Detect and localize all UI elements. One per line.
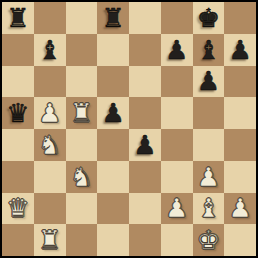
square-b4[interactable]: ♞	[34, 129, 66, 161]
square-e2[interactable]	[129, 193, 161, 225]
piece-white-pawn: ♟	[197, 164, 220, 190]
square-e8[interactable]	[129, 2, 161, 34]
square-f8[interactable]	[161, 2, 193, 34]
square-e3[interactable]	[129, 161, 161, 193]
square-g6[interactable]: ♟	[193, 66, 225, 98]
square-b2[interactable]	[34, 193, 66, 225]
square-g1[interactable]: ♚	[193, 224, 225, 256]
square-f7[interactable]: ♟	[161, 34, 193, 66]
square-f3[interactable]	[161, 161, 193, 193]
square-b3[interactable]	[34, 161, 66, 193]
square-d6[interactable]	[97, 66, 129, 98]
piece-white-rook: ♜	[38, 227, 61, 253]
square-h3[interactable]	[224, 161, 256, 193]
square-a6[interactable]	[2, 66, 34, 98]
piece-black-pawn: ♟	[197, 68, 220, 94]
square-f1[interactable]	[161, 224, 193, 256]
square-f5[interactable]	[161, 97, 193, 129]
piece-white-knight: ♞	[70, 164, 93, 190]
square-d7[interactable]	[97, 34, 129, 66]
square-a4[interactable]	[2, 129, 34, 161]
square-c1[interactable]	[66, 224, 98, 256]
piece-black-queen: ♛	[6, 100, 29, 126]
square-f4[interactable]	[161, 129, 193, 161]
piece-white-pawn: ♟	[228, 195, 251, 221]
square-g8[interactable]: ♚	[193, 2, 225, 34]
square-f6[interactable]	[161, 66, 193, 98]
square-c5[interactable]: ♜	[66, 97, 98, 129]
square-h2[interactable]: ♟	[224, 193, 256, 225]
chess-board: ♜♜♚♝♟♝♟♟♛♟♜♟♞♟♞♟♛♟♝♟♜♚	[0, 0, 258, 258]
square-c2[interactable]	[66, 193, 98, 225]
square-g4[interactable]	[193, 129, 225, 161]
square-a5[interactable]: ♛	[2, 97, 34, 129]
square-e7[interactable]	[129, 34, 161, 66]
piece-white-king: ♚	[197, 227, 220, 253]
square-g5[interactable]	[193, 97, 225, 129]
piece-white-queen: ♛	[6, 195, 29, 221]
square-e5[interactable]	[129, 97, 161, 129]
square-d3[interactable]	[97, 161, 129, 193]
square-e4[interactable]: ♟	[129, 129, 161, 161]
square-h6[interactable]	[224, 66, 256, 98]
square-a8[interactable]: ♜	[2, 2, 34, 34]
square-f2[interactable]: ♟	[161, 193, 193, 225]
square-c4[interactable]	[66, 129, 98, 161]
square-d1[interactable]	[97, 224, 129, 256]
piece-black-pawn: ♟	[101, 100, 124, 126]
square-c6[interactable]	[66, 66, 98, 98]
square-b7[interactable]: ♝	[34, 34, 66, 66]
piece-black-rook: ♜	[6, 5, 29, 31]
piece-black-pawn: ♟	[228, 37, 251, 63]
square-c3[interactable]: ♞	[66, 161, 98, 193]
square-d8[interactable]: ♜	[97, 2, 129, 34]
square-g2[interactable]: ♝	[193, 193, 225, 225]
square-a2[interactable]: ♛	[2, 193, 34, 225]
piece-black-bishop: ♝	[38, 37, 61, 63]
piece-black-rook: ♜	[101, 5, 124, 31]
piece-black-pawn: ♟	[165, 37, 188, 63]
square-b6[interactable]	[34, 66, 66, 98]
piece-black-bishop: ♝	[197, 37, 220, 63]
square-a1[interactable]	[2, 224, 34, 256]
square-h1[interactable]	[224, 224, 256, 256]
square-h7[interactable]: ♟	[224, 34, 256, 66]
piece-black-king: ♚	[197, 5, 220, 31]
square-a3[interactable]	[2, 161, 34, 193]
square-d4[interactable]	[97, 129, 129, 161]
square-c8[interactable]	[66, 2, 98, 34]
piece-white-knight: ♞	[38, 132, 61, 158]
square-b5[interactable]: ♟	[34, 97, 66, 129]
square-b1[interactable]: ♜	[34, 224, 66, 256]
square-d5[interactable]: ♟	[97, 97, 129, 129]
square-c7[interactable]	[66, 34, 98, 66]
square-a7[interactable]	[2, 34, 34, 66]
square-e1[interactable]	[129, 224, 161, 256]
piece-white-bishop: ♝	[197, 195, 220, 221]
square-h4[interactable]	[224, 129, 256, 161]
piece-white-rook: ♜	[70, 100, 93, 126]
square-g3[interactable]: ♟	[193, 161, 225, 193]
square-e6[interactable]	[129, 66, 161, 98]
square-b8[interactable]	[34, 2, 66, 34]
square-h5[interactable]	[224, 97, 256, 129]
piece-white-pawn: ♟	[165, 195, 188, 221]
piece-black-pawn: ♟	[133, 132, 156, 158]
square-d2[interactable]	[97, 193, 129, 225]
square-g7[interactable]: ♝	[193, 34, 225, 66]
piece-white-pawn: ♟	[38, 100, 61, 126]
square-h8[interactable]	[224, 2, 256, 34]
